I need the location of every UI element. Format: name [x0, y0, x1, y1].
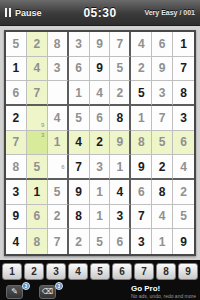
- given-digit: 9: [138, 161, 145, 173]
- numpad-key-1[interactable]: 1: [2, 263, 22, 280]
- difficulty-label: Very Easy / 001: [144, 9, 195, 16]
- board-area: 5283974611436952976714253829456817373142…: [0, 26, 200, 256]
- cell-r3c7[interactable]: 5: [131, 81, 152, 106]
- user-digit: 4: [96, 87, 103, 99]
- cell-r5c7[interactable]: 8: [131, 131, 152, 156]
- user-digit: 4: [180, 161, 187, 173]
- user-digit: 1: [54, 136, 61, 148]
- cell-r2c9[interactable]: 7: [173, 57, 194, 82]
- cell-r1c7[interactable]: 4: [131, 32, 152, 57]
- given-digit: 3: [138, 236, 145, 248]
- user-digit: 7: [159, 112, 166, 124]
- user-digit: 7: [54, 236, 61, 248]
- pause-button[interactable]: Pause: [5, 8, 42, 18]
- user-digit: 6: [159, 38, 166, 50]
- cell-r9c5[interactable]: 5: [90, 229, 111, 254]
- cell-r6c4[interactable]: 7: [69, 155, 90, 180]
- cell-r4c6[interactable]: 8: [110, 106, 131, 131]
- cell-r7c5[interactable]: 1: [90, 180, 111, 205]
- given-digit: 5: [138, 87, 145, 99]
- cell-r7c7[interactable]: 6: [131, 180, 152, 205]
- given-digit: 4: [117, 186, 124, 198]
- user-digit: 9: [96, 38, 103, 50]
- cell-r8c2[interactable]: 6: [27, 205, 48, 230]
- cell-r9c8[interactable]: 1: [152, 229, 173, 254]
- pencil-marks: 6: [49, 156, 66, 177]
- cell-r8c7[interactable]: 7: [131, 205, 152, 230]
- user-digit: 1: [96, 186, 103, 198]
- cell-r6c7[interactable]: 9: [131, 155, 152, 180]
- go-pro-button[interactable]: Go Pro! No ads, undo, redo and more: [131, 285, 196, 299]
- user-digit: 4: [159, 210, 166, 222]
- user-digit: 7: [33, 87, 40, 99]
- cell-r5c3[interactable]: 1: [48, 131, 69, 156]
- user-digit: 2: [33, 38, 40, 50]
- numpad-key-6[interactable]: 6: [112, 263, 132, 280]
- cell-r3c2[interactable]: 7: [27, 81, 48, 106]
- user-digit: 5: [96, 236, 103, 248]
- cell-r8c3[interactable]: 2: [48, 205, 69, 230]
- given-digit: 9: [96, 62, 103, 74]
- user-digit: 5: [117, 62, 124, 74]
- cell-r4c7[interactable]: 1: [131, 106, 152, 131]
- bottom-panel: 123456789 ✎ 3 ⌫ 3 Go Pro! No ads, undo, …: [0, 260, 200, 300]
- cell-r3c8[interactable]: 3: [152, 81, 173, 106]
- user-digit: 3: [75, 38, 82, 50]
- cell-r4c2[interactable]: 9: [27, 106, 48, 131]
- cell-r9c2[interactable]: 8: [27, 229, 48, 254]
- cell-r2c1[interactable]: 1: [6, 57, 27, 82]
- cell-r6c6[interactable]: 1: [110, 155, 131, 180]
- cell-r9c3[interactable]: 7: [48, 229, 69, 254]
- cell-r5c9[interactable]: 6: [173, 131, 194, 156]
- pencil-marks: 3: [28, 132, 46, 154]
- bottom-toolbar: ✎ 3 ⌫ 3 Go Pro! No ads, undo, redo and m…: [0, 282, 200, 300]
- user-digit: 2: [180, 186, 187, 198]
- user-digit: 1: [159, 236, 166, 248]
- user-digit: 9: [159, 62, 166, 74]
- cell-r8c4[interactable]: 8: [69, 205, 90, 230]
- user-digit: 6: [180, 136, 187, 148]
- numpad-key-3[interactable]: 3: [46, 263, 66, 280]
- cell-r4c3[interactable]: 4: [48, 106, 69, 131]
- cell-r3c9[interactable]: 8: [173, 81, 194, 106]
- eraser-badge: 3: [55, 282, 63, 290]
- pencil-marks: 9: [28, 107, 46, 129]
- given-digit: 1: [33, 186, 40, 198]
- cell-r9c6[interactable]: 6: [110, 229, 131, 254]
- cell-r9c7[interactable]: 3: [131, 229, 152, 254]
- numpad-key-9[interactable]: 9: [178, 263, 198, 280]
- cell-r2c3[interactable]: 3: [48, 57, 69, 82]
- user-digit: 3: [159, 87, 166, 99]
- cell-r6c8[interactable]: 2: [152, 155, 173, 180]
- user-digit: 8: [13, 161, 20, 173]
- given-digit: 3: [117, 210, 124, 222]
- cell-r8c6[interactable]: 3: [110, 205, 131, 230]
- user-digit: 1: [138, 112, 145, 124]
- sudoku-board: 5283974611436952976714253829456817373142…: [4, 30, 196, 256]
- user-digit: 6: [96, 112, 103, 124]
- cell-r7c6[interactable]: 4: [110, 180, 131, 205]
- user-digit: 7: [13, 136, 20, 148]
- user-digit: 5: [54, 186, 61, 198]
- user-digit: 1: [75, 87, 82, 99]
- given-digit: 8: [159, 186, 166, 198]
- user-digit: 4: [54, 112, 61, 124]
- user-digit: 8: [33, 236, 40, 248]
- cell-r2c5[interactable]: 9: [90, 57, 111, 82]
- cell-r7c3[interactable]: 5: [48, 180, 69, 205]
- cell-r6c3[interactable]: 6: [48, 155, 69, 180]
- given-digit: 8: [180, 87, 187, 99]
- user-digit: 6: [75, 62, 82, 74]
- cell-r1c4[interactable]: 3: [69, 32, 90, 57]
- given-digit: 4: [75, 136, 82, 148]
- given-digit: 1: [13, 62, 20, 74]
- user-digit: 5: [159, 136, 166, 148]
- cell-r1c2[interactable]: 2: [27, 32, 48, 57]
- eraser-icon: ⌫: [42, 288, 53, 296]
- cell-r8c5[interactable]: 1: [90, 205, 111, 230]
- cell-r7c4[interactable]: 9: [69, 180, 90, 205]
- user-digit: 6: [13, 87, 20, 99]
- pencil-icon: ✎: [11, 288, 18, 296]
- cell-r4c1[interactable]: 2: [6, 106, 27, 131]
- numpad-key-8[interactable]: 8: [156, 263, 176, 280]
- given-digit: 4: [13, 236, 20, 248]
- cell-r9c9[interactable]: 9: [173, 229, 194, 254]
- user-digit: 6: [117, 236, 124, 248]
- given-digit: 2: [159, 161, 166, 173]
- cell-r7c9[interactable]: 2: [173, 180, 194, 205]
- cell-r2c6[interactable]: 5: [110, 57, 131, 82]
- pause-label: Pause: [15, 8, 42, 18]
- given-digit: 7: [75, 161, 82, 173]
- given-digit: 2: [13, 112, 20, 124]
- cell-r7c8[interactable]: 8: [152, 180, 173, 205]
- cell-r2c2[interactable]: 4: [27, 57, 48, 82]
- eraser-button[interactable]: ⌫ 3: [39, 285, 56, 299]
- given-digit: 7: [138, 210, 145, 222]
- cell-r4c8[interactable]: 7: [152, 106, 173, 131]
- cell-r3c4[interactable]: 1: [69, 81, 90, 106]
- user-digit: 4: [138, 38, 145, 50]
- pause-icon: [5, 8, 11, 17]
- cell-r5c5[interactable]: 2: [90, 131, 111, 156]
- cell-r6c1[interactable]: 8: [6, 155, 27, 180]
- user-digit: 3: [54, 62, 61, 74]
- user-digit: 2: [54, 210, 61, 222]
- cell-r6c2[interactable]: 5: [27, 155, 48, 180]
- user-digit: 8: [138, 136, 145, 148]
- cell-r5c6[interactable]: 9: [110, 131, 131, 156]
- cell-r4c4[interactable]: 5: [69, 106, 90, 131]
- cell-r3c3[interactable]: [48, 81, 69, 106]
- cell-r1c5[interactable]: 9: [90, 32, 111, 57]
- cell-r1c9[interactable]: 1: [173, 32, 194, 57]
- cell-r9c4[interactable]: 2: [69, 229, 90, 254]
- given-digit: 8: [75, 210, 82, 222]
- cell-r5c1[interactable]: 7: [6, 131, 27, 156]
- numpad-key-2[interactable]: 2: [24, 263, 44, 280]
- user-digit: 3: [96, 161, 103, 173]
- cell-r6c5[interactable]: 3: [90, 155, 111, 180]
- cell-r5c8[interactable]: 5: [152, 131, 173, 156]
- given-digit: 1: [180, 38, 187, 50]
- user-digit: 6: [138, 186, 145, 198]
- given-digit: 7: [180, 62, 187, 74]
- user-digit: 2: [117, 87, 124, 99]
- go-pro-subtitle: No ads, undo, redo and more: [131, 294, 196, 300]
- user-digit: 5: [33, 161, 40, 173]
- cell-r5c2[interactable]: 3: [27, 131, 48, 156]
- user-digit: 8: [54, 38, 61, 50]
- cell-r7c2[interactable]: 1: [27, 180, 48, 205]
- cell-r8c9[interactable]: 5: [173, 205, 194, 230]
- numpad-key-7[interactable]: 7: [134, 263, 154, 280]
- cell-r3c6[interactable]: 2: [110, 81, 131, 106]
- user-digit: 4: [33, 62, 40, 74]
- user-digit: 1: [96, 210, 103, 222]
- top-bar: Pause 05:30 Very Easy / 001: [0, 0, 200, 26]
- cell-r3c5[interactable]: 4: [90, 81, 111, 106]
- user-digit: 5: [75, 112, 82, 124]
- given-digit: 9: [180, 236, 187, 248]
- cell-r1c8[interactable]: 6: [152, 32, 173, 57]
- cell-r8c1[interactable]: 9: [6, 205, 27, 230]
- user-digit: 2: [75, 236, 82, 248]
- given-digit: 3: [180, 112, 187, 124]
- given-digit: 9: [75, 186, 82, 198]
- given-digit: 2: [96, 136, 103, 148]
- cell-r9c1[interactable]: 4: [6, 229, 27, 254]
- cell-r5c4[interactable]: 4: [69, 131, 90, 156]
- cell-r4c9[interactable]: 3: [173, 106, 194, 131]
- pencil-button[interactable]: ✎ 3: [6, 285, 23, 299]
- cell-r1c1[interactable]: 5: [6, 32, 27, 57]
- numpad-key-4[interactable]: 4: [68, 263, 88, 280]
- given-digit: 3: [13, 186, 20, 198]
- cell-r2c4[interactable]: 6: [69, 57, 90, 82]
- numpad-key-5[interactable]: 5: [90, 263, 110, 280]
- user-digit: 2: [138, 62, 145, 74]
- cell-r7c1[interactable]: 3: [6, 180, 27, 205]
- cell-r3c1[interactable]: 6: [6, 81, 27, 106]
- user-digit: 9: [117, 136, 124, 148]
- given-digit: 8: [117, 112, 124, 124]
- user-digit: 1: [117, 161, 124, 173]
- cell-r8c8[interactable]: 4: [152, 205, 173, 230]
- cell-r4c5[interactable]: 6: [90, 106, 111, 131]
- cell-r1c3[interactable]: 8: [48, 32, 69, 57]
- cell-r1c6[interactable]: 7: [110, 32, 131, 57]
- user-digit: 5: [13, 38, 20, 50]
- given-digit: 9: [13, 210, 20, 222]
- cell-r6c9[interactable]: 4: [173, 155, 194, 180]
- user-digit: 5: [180, 210, 187, 222]
- cell-r2c7[interactable]: 2: [131, 57, 152, 82]
- number-pad: 123456789: [0, 260, 200, 282]
- pencil-badge: 3: [22, 282, 30, 290]
- user-digit: 6: [33, 210, 40, 222]
- cell-r2c8[interactable]: 9: [152, 57, 173, 82]
- user-digit: 7: [117, 38, 124, 50]
